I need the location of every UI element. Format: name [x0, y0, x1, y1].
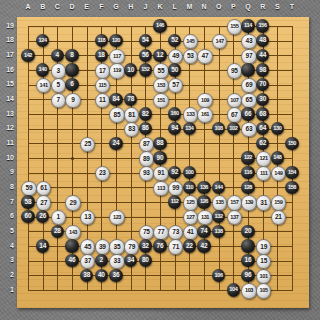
move-number: 97 — [246, 53, 253, 60]
move-59-white-stone-A8[interactable]: 59 — [21, 181, 36, 196]
move-56-black-stone-J17[interactable]: 56 — [139, 49, 152, 62]
column-label-C: C — [50, 3, 64, 10]
row-label-3: 3 — [1, 256, 14, 263]
move-number: 50 — [171, 67, 178, 74]
move-number: 150 — [288, 141, 296, 147]
column-label-M: M — [182, 3, 196, 10]
move-number: 94 — [171, 125, 178, 132]
move-number: 20 — [245, 228, 252, 235]
move-number: 96 — [245, 272, 252, 279]
move-35-white-stone-G4[interactable]: 35 — [109, 239, 124, 254]
move-number: 34 — [127, 257, 134, 264]
move-number: 2 — [100, 257, 103, 264]
move-number: 120 — [112, 38, 120, 44]
move-55-white-stone-K16[interactable]: 55 — [153, 63, 168, 78]
move-135-white-stone-O7[interactable]: 135 — [212, 195, 227, 210]
move-number: 123 — [113, 215, 121, 221]
move-number: 78 — [127, 96, 134, 103]
move-number: 140 — [39, 67, 47, 73]
move-110-black-stone-M8[interactable]: 110 — [183, 181, 196, 194]
column-label-H: H — [124, 3, 138, 10]
move-number: 75 — [143, 229, 150, 236]
row-label-12: 12 — [1, 124, 14, 131]
move-number: 99 — [172, 185, 179, 192]
move-number: 30 — [259, 96, 266, 103]
move-104-black-stone-P1[interactable]: 104 — [227, 283, 240, 296]
move-105-white-stone-R1[interactable]: 105 — [256, 283, 271, 298]
move-number: 61 — [40, 185, 47, 192]
move-68-black-stone-R13[interactable]: 68 — [256, 107, 269, 120]
move-number: 100 — [185, 170, 193, 176]
move-103-white-stone-Q1[interactable]: 103 — [241, 283, 256, 298]
move-81-white-stone-H13[interactable]: 81 — [124, 107, 139, 122]
move-number: 92 — [171, 169, 178, 176]
move-number: 147 — [216, 39, 224, 45]
move-number: 138 — [215, 229, 223, 235]
move-number: 35 — [114, 244, 121, 251]
move-number: 114 — [244, 23, 252, 29]
move-number: 87 — [143, 141, 150, 148]
move-number: 52 — [171, 37, 178, 44]
move-number: 17 — [99, 68, 106, 75]
move-69-white-stone-Q15[interactable]: 69 — [241, 78, 256, 93]
row-label-2: 2 — [1, 271, 14, 278]
move-31-white-stone-R7[interactable]: 31 — [256, 195, 271, 210]
move-number: 83 — [128, 126, 135, 133]
move-16-black-stone-Q3[interactable]: 16 — [241, 254, 254, 267]
move-10-black-stone-H16[interactable]: 10 — [124, 63, 137, 76]
move-22-black-stone-M4[interactable]: 22 — [183, 239, 196, 252]
move-number: 110 — [185, 185, 193, 191]
move-number: 63 — [246, 126, 253, 133]
column-label-F: F — [94, 3, 108, 10]
move-27-white-stone-B7[interactable]: 27 — [36, 195, 51, 210]
move-number: 144 — [215, 185, 223, 191]
move-number: 88 — [157, 140, 164, 147]
move-number: 27 — [40, 200, 47, 207]
move-number: 25 — [84, 141, 91, 148]
move-113-white-stone-K8[interactable]: 113 — [153, 181, 168, 196]
move-18-black-stone-F17[interactable]: 18 — [95, 49, 108, 62]
move-number: 116 — [244, 170, 252, 176]
move-number: 84 — [113, 96, 120, 103]
move-number: 136 — [200, 185, 208, 191]
move-number: 86 — [142, 125, 149, 132]
move-number: 109 — [201, 98, 209, 104]
move-number: 37 — [84, 258, 91, 265]
move-number: 10 — [127, 67, 134, 74]
row-label-7: 7 — [1, 198, 14, 205]
column-label-J: J — [138, 3, 152, 10]
move-number: 59 — [26, 185, 33, 192]
move-76-black-stone-K4[interactable]: 76 — [153, 239, 166, 252]
column-label-P: P — [226, 3, 240, 10]
row-label-13: 13 — [1, 110, 14, 117]
move-number: 24 — [113, 140, 120, 147]
move-number: 121 — [260, 156, 268, 162]
move-number: 9 — [71, 97, 74, 104]
row-label-5: 5 — [1, 227, 14, 234]
move-number: 64 — [259, 125, 266, 132]
move-number: 40 — [98, 272, 105, 279]
move-33-white-stone-G3[interactable]: 33 — [109, 254, 124, 269]
move-number: 127 — [186, 215, 194, 221]
move-number: 106 — [215, 273, 223, 279]
move-number: 56 — [142, 52, 149, 59]
move-number: 141 — [40, 83, 48, 89]
move-number: 95 — [231, 68, 238, 75]
move-number: 81 — [128, 112, 135, 119]
move-number: 112 — [171, 199, 179, 205]
move-4-black-stone-C17[interactable]: 4 — [51, 49, 64, 62]
move-number: 132 — [215, 214, 223, 220]
go-kifu-screenshot: 1461551141561241181205452145147434814248… — [0, 0, 320, 320]
move-number: 122 — [244, 155, 252, 161]
move-number: 143 — [69, 230, 77, 236]
move-160-black-stone-L13[interactable]: 160 — [168, 107, 181, 120]
move-number: 89 — [143, 156, 150, 163]
move-number: 15 — [260, 258, 267, 265]
move-14-black-stone-B4[interactable]: 14 — [36, 239, 49, 252]
move-number: 33 — [114, 258, 121, 265]
move-66-black-stone-Q13[interactable]: 66 — [241, 107, 254, 120]
move-24-black-stone-G11[interactable]: 24 — [109, 137, 122, 150]
move-40-black-stone-F2[interactable]: 40 — [95, 269, 108, 282]
column-label-S: S — [270, 3, 284, 10]
move-number: 8 — [70, 52, 73, 59]
move-75-white-stone-J5[interactable]: 75 — [139, 225, 154, 240]
move-79-white-stone-H4[interactable]: 79 — [124, 239, 139, 254]
move-95-white-stone-P16[interactable]: 95 — [227, 63, 242, 78]
move-number: 7 — [57, 97, 60, 104]
move-number: 131 — [201, 215, 209, 221]
move-number: 19 — [260, 244, 267, 251]
move-number: 80 — [142, 257, 149, 264]
move-139-white-stone-Q7[interactable]: 139 — [241, 195, 256, 210]
move-number: 66 — [245, 111, 252, 118]
move-154-black-stone-T9[interactable]: 154 — [285, 166, 298, 179]
move-number: 135 — [216, 200, 224, 206]
move-number: 101 — [260, 274, 268, 280]
move-117-white-stone-G17[interactable]: 117 — [109, 49, 124, 64]
move-number: 3 — [57, 68, 60, 75]
move-number: 115 — [98, 83, 106, 89]
move-120-black-stone-G18[interactable]: 120 — [109, 34, 122, 47]
move-82-black-stone-J13[interactable]: 82 — [139, 107, 152, 120]
move-29-white-stone-D7[interactable]: 29 — [65, 195, 80, 210]
move-96-black-stone-Q2[interactable]: 96 — [241, 269, 254, 282]
move-119-white-stone-G16[interactable]: 119 — [109, 63, 124, 78]
move-number: 102 — [229, 126, 237, 132]
move-9-white-stone-D14[interactable]: 9 — [65, 93, 80, 108]
move-number: 16 — [245, 257, 252, 264]
move-number: 62 — [259, 140, 266, 147]
move-number: 49 — [172, 53, 179, 60]
move-number: 21 — [275, 214, 282, 221]
move-number: 46 — [69, 257, 76, 264]
row-label-11: 11 — [1, 139, 14, 146]
move-number: 90 — [157, 155, 164, 162]
move-number: 57 — [172, 82, 179, 89]
move-number: 67 — [231, 112, 238, 119]
move-number: 65 — [246, 97, 253, 104]
move-20-black-stone-Q5[interactable]: 20 — [241, 225, 254, 238]
column-label-B: B — [36, 3, 50, 10]
move-112-black-stone-L7[interactable]: 112 — [168, 195, 181, 208]
row-label-19: 19 — [1, 22, 14, 29]
move-number: 71 — [172, 244, 179, 251]
move-number: 153 — [157, 83, 165, 89]
column-label-L: L — [168, 3, 182, 10]
move-number: 159 — [274, 200, 282, 206]
move-number: 54 — [142, 37, 149, 44]
move-number: 48 — [259, 37, 266, 44]
move-50-black-stone-L16[interactable]: 50 — [168, 63, 181, 76]
move-107-white-stone-P14[interactable]: 107 — [227, 93, 242, 108]
move-159-white-stone-S7[interactable]: 159 — [271, 195, 286, 210]
move-number: 70 — [259, 81, 266, 88]
row-label-18: 18 — [1, 36, 14, 43]
row-label-4: 4 — [1, 242, 14, 249]
move-39-white-stone-F4[interactable]: 39 — [95, 239, 110, 254]
move-91-white-stone-K9[interactable]: 91 — [153, 166, 168, 181]
move-number: 113 — [157, 186, 165, 192]
row-label-10: 10 — [1, 154, 14, 161]
move-97-white-stone-Q17[interactable]: 97 — [241, 49, 256, 64]
move-number: 155 — [230, 24, 238, 30]
move-77-white-stone-K5[interactable]: 77 — [153, 225, 168, 240]
move-number: 55 — [158, 68, 165, 75]
move-43-white-stone-Q18[interactable]: 43 — [241, 34, 256, 49]
move-84-black-stone-G14[interactable]: 84 — [109, 93, 122, 106]
move-number: 152 — [141, 67, 149, 73]
move-number: 11 — [99, 97, 105, 104]
move-156-black-stone-R19[interactable]: 156 — [256, 19, 269, 32]
move-number: 158 — [288, 185, 296, 191]
move-71-white-stone-L4[interactable]: 71 — [168, 239, 183, 254]
move-number: 43 — [246, 38, 253, 45]
move-153-white-stone-K15[interactable]: 153 — [153, 78, 168, 93]
move-number: 45 — [84, 244, 91, 251]
move-128-black-stone-Q8[interactable]: 128 — [241, 181, 254, 194]
move-98-black-stone-R16[interactable]: 98 — [256, 63, 269, 76]
move-number: 148 — [273, 155, 281, 161]
move-152-black-stone-J16[interactable]: 152 — [139, 63, 152, 76]
move-3-white-stone-C16[interactable]: 3 — [51, 63, 66, 78]
move-number: 103 — [245, 288, 253, 294]
move-number: 22 — [186, 243, 193, 250]
move-number: 133 — [186, 112, 194, 118]
move-148-black-stone-S10[interactable]: 148 — [271, 151, 284, 164]
move-number: 44 — [259, 52, 266, 59]
move-number: 29 — [70, 200, 77, 207]
move-number: 124 — [39, 38, 47, 44]
row-label-1: 1 — [1, 286, 14, 293]
move-133-white-stone-M13[interactable]: 133 — [183, 107, 198, 122]
row-label-14: 14 — [1, 95, 14, 102]
move-number: 79 — [128, 244, 135, 251]
move-60-black-stone-A6[interactable]: 60 — [21, 210, 34, 223]
move-12-black-stone-K17[interactable]: 12 — [153, 49, 166, 62]
move-number: 77 — [158, 229, 165, 236]
move-121-white-stone-R10[interactable]: 121 — [256, 151, 271, 166]
move-number: 137 — [230, 215, 238, 221]
move-number: 98 — [259, 67, 266, 74]
move-number: 139 — [245, 200, 253, 206]
column-label-G: G — [109, 3, 123, 10]
move-number: 126 — [200, 199, 208, 205]
move-number: 142 — [24, 53, 32, 59]
move-131-white-stone-N6[interactable]: 131 — [197, 210, 212, 225]
move-123-white-stone-G6[interactable]: 123 — [109, 210, 124, 225]
move-number: 117 — [113, 54, 121, 60]
move-number: 82 — [142, 111, 149, 118]
move-number: 36 — [113, 272, 120, 279]
move-number: 28 — [54, 228, 61, 235]
handicap-black-stone-Q16[interactable] — [241, 63, 254, 76]
move-89-white-stone-J10[interactable]: 89 — [139, 151, 154, 166]
move-157-white-stone-P7[interactable]: 157 — [227, 195, 242, 210]
move-number: 6 — [70, 81, 73, 88]
move-number: 146 — [156, 23, 164, 29]
move-155-white-stone-P19[interactable]: 155 — [227, 19, 242, 34]
move-number: 118 — [97, 38, 105, 44]
move-88-black-stone-K11[interactable]: 88 — [153, 137, 166, 150]
row-label-15: 15 — [1, 80, 14, 87]
move-58-black-stone-A7[interactable]: 58 — [21, 195, 34, 208]
move-number: 161 — [201, 112, 209, 118]
move-114-black-stone-Q19[interactable]: 114 — [241, 19, 254, 32]
move-126-black-stone-N7[interactable]: 126 — [197, 195, 210, 208]
move-7-white-stone-C14[interactable]: 7 — [51, 93, 66, 108]
move-number: 76 — [157, 243, 164, 250]
move-116-black-stone-Q9[interactable]: 116 — [241, 166, 254, 179]
move-28-black-stone-C5[interactable]: 28 — [51, 225, 64, 238]
move-number: 105 — [260, 288, 268, 294]
move-number: 107 — [230, 98, 238, 104]
row-label-16: 16 — [1, 66, 14, 73]
move-63-white-stone-Q12[interactable]: 63 — [241, 122, 256, 137]
move-65-white-stone-Q14[interactable]: 65 — [241, 93, 256, 108]
move-8-black-stone-D17[interactable]: 8 — [65, 49, 78, 62]
move-53-white-stone-M17[interactable]: 53 — [183, 49, 198, 64]
move-146-black-stone-K19[interactable]: 146 — [153, 19, 166, 32]
move-6-black-stone-D15[interactable]: 6 — [65, 78, 78, 91]
move-number: 31 — [260, 200, 267, 207]
move-36-black-stone-G2[interactable]: 36 — [109, 269, 122, 282]
move-number: 23 — [99, 170, 106, 177]
row-label-8: 8 — [1, 183, 14, 190]
handicap-black-stone-D4[interactable] — [65, 239, 78, 252]
move-number: 68 — [259, 111, 266, 118]
move-number: 91 — [158, 170, 165, 177]
move-87-white-stone-J11[interactable]: 87 — [139, 137, 154, 152]
move-158-black-stone-T8[interactable]: 158 — [285, 181, 298, 194]
move-90-black-stone-K10[interactable]: 90 — [153, 151, 166, 164]
move-46-black-stone-D3[interactable]: 46 — [65, 254, 78, 267]
move-41-white-stone-M5[interactable]: 41 — [183, 225, 198, 240]
row-label-6: 6 — [1, 212, 14, 219]
move-19-white-stone-R4[interactable]: 19 — [256, 239, 271, 254]
move-number: 47 — [202, 53, 209, 60]
move-42-black-stone-N4[interactable]: 42 — [197, 239, 210, 252]
move-number: 128 — [244, 185, 252, 191]
move-number: 145 — [186, 39, 194, 45]
move-number: 111 — [260, 171, 268, 177]
move-number: 69 — [246, 82, 253, 89]
move-67-white-stone-P13[interactable]: 67 — [227, 107, 242, 122]
star-point-D10 — [71, 157, 74, 160]
move-number: 38 — [83, 272, 90, 279]
move-45-white-stone-E4[interactable]: 45 — [80, 239, 95, 254]
move-number: 156 — [259, 23, 267, 29]
move-17-white-stone-F16[interactable]: 17 — [95, 63, 110, 78]
move-number: 85 — [114, 112, 121, 119]
move-151-white-stone-K14[interactable]: 151 — [153, 93, 168, 108]
column-label-R: R — [256, 3, 270, 10]
move-136-black-stone-N8[interactable]: 136 — [197, 181, 210, 194]
move-number: 74 — [201, 228, 208, 235]
move-74-black-stone-N5[interactable]: 74 — [197, 225, 210, 238]
column-label-T: T — [285, 3, 299, 10]
column-label-Q: Q — [241, 3, 255, 10]
move-142-black-stone-A17[interactable]: 142 — [21, 49, 34, 62]
move-number: 4 — [56, 52, 59, 59]
go-board[interactable]: 1461551141561241181205452145147434814248… — [17, 17, 309, 308]
move-109-white-stone-N14[interactable]: 109 — [197, 93, 212, 108]
move-number: 14 — [39, 243, 46, 250]
column-label-O: O — [212, 3, 226, 10]
move-122-black-stone-Q10[interactable]: 122 — [241, 151, 254, 164]
move-number: 41 — [187, 229, 194, 236]
row-label-17: 17 — [1, 51, 14, 58]
move-number: 1 — [57, 214, 60, 221]
column-label-E: E — [80, 3, 94, 10]
move-number: 154 — [288, 170, 296, 176]
row-label-9: 9 — [1, 168, 14, 175]
move-number: 157 — [230, 200, 238, 206]
move-number: 39 — [99, 244, 106, 251]
column-label-A: A — [21, 3, 35, 10]
move-47-white-stone-N17[interactable]: 47 — [197, 49, 212, 64]
move-number: 130 — [273, 126, 281, 132]
move-number: 12 — [157, 52, 164, 59]
move-150-black-stone-T11[interactable]: 150 — [285, 137, 298, 150]
move-140-black-stone-B16[interactable]: 140 — [36, 63, 49, 76]
move-number: 13 — [84, 214, 91, 221]
move-85-white-stone-G13[interactable]: 85 — [109, 107, 124, 122]
handicap-black-stone-Q4[interactable] — [241, 239, 254, 252]
move-number: 58 — [25, 199, 32, 206]
move-125-white-stone-M7[interactable]: 125 — [183, 195, 198, 210]
move-11-white-stone-F14[interactable]: 11 — [95, 93, 110, 108]
move-161-white-stone-N13[interactable]: 161 — [197, 107, 212, 122]
move-32-black-stone-J4[interactable]: 32 — [139, 239, 152, 252]
move-number: 53 — [187, 53, 194, 60]
move-143-white-stone-D5[interactable]: 143 — [65, 225, 80, 240]
handicap-black-stone-D16[interactable] — [65, 63, 78, 76]
move-number: 93 — [143, 170, 150, 177]
move-number: 125 — [186, 200, 194, 206]
move-number: 151 — [157, 98, 165, 104]
move-number: 149 — [274, 171, 282, 177]
move-number: 160 — [171, 111, 179, 117]
column-label-N: N — [197, 3, 211, 10]
move-number: 26 — [39, 213, 46, 220]
move-number: 119 — [113, 68, 121, 74]
move-number: 42 — [201, 243, 208, 250]
move-number: 104 — [229, 287, 237, 293]
